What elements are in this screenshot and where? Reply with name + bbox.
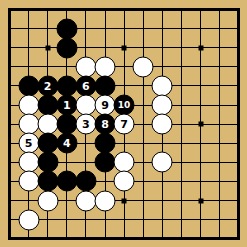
white-stone[interactable]: 3 [75,114,96,135]
black-stone[interactable] [56,18,77,39]
white-stone[interactable] [18,209,39,230]
white-stone[interactable] [152,75,173,96]
black-stone[interactable] [56,114,77,135]
move-number-label: 2 [44,80,52,91]
grid-line-vertical [237,8,240,240]
black-stone[interactable] [95,75,116,96]
white-stone[interactable]: 9 [95,95,116,116]
black-stone[interactable]: 2 [37,75,58,96]
white-stone[interactable] [133,56,154,77]
white-stone[interactable]: 7 [114,114,135,135]
black-stone[interactable] [95,152,116,173]
white-stone[interactable] [114,152,135,173]
move-number-label: 4 [63,138,71,149]
white-stone[interactable] [37,190,58,211]
hoshi-point [198,122,203,127]
white-stone[interactable] [18,171,39,192]
move-number-label: 6 [82,80,90,91]
grid-line-horizontal [8,237,240,240]
white-stone[interactable] [75,56,96,77]
move-number-label: 10 [118,101,131,110]
white-stone[interactable] [37,114,58,135]
black-stone[interactable] [56,37,77,58]
white-stone[interactable] [114,171,135,192]
black-stone[interactable]: 1 [56,95,77,116]
black-stone[interactable] [56,75,77,96]
white-stone[interactable]: 5 [18,133,39,154]
move-number-label: 8 [101,119,109,130]
white-stone[interactable] [75,190,96,211]
grid-line-vertical [143,8,144,240]
hoshi-point [198,45,203,50]
black-stone[interactable] [37,133,58,154]
black-stone[interactable] [95,133,116,154]
white-stone[interactable] [152,152,173,173]
grid-line-horizontal [8,219,240,220]
hoshi-point [122,198,127,203]
black-stone[interactable] [75,171,96,192]
white-stone[interactable] [152,95,173,116]
black-stone[interactable]: 4 [56,133,77,154]
move-number-label: 9 [101,100,109,111]
white-stone[interactable] [75,95,96,116]
hoshi-point [122,45,127,50]
white-stone[interactable] [152,114,173,135]
white-stone[interactable] [95,190,116,211]
white-stone[interactable] [18,152,39,173]
move-number-label: 3 [82,119,90,130]
black-stone[interactable] [37,95,58,116]
go-board[interactable]: 26191038754 [0,0,247,247]
grid-line-vertical [219,8,220,240]
hoshi-point [198,198,203,203]
move-number-label: 5 [25,138,33,149]
black-stone[interactable] [56,171,77,192]
white-stone[interactable] [95,56,116,77]
move-number-label: 1 [63,100,71,111]
black-stone[interactable] [37,171,58,192]
black-stone[interactable] [37,152,58,173]
black-stone[interactable]: 6 [75,75,96,96]
hoshi-point [45,45,50,50]
move-number-label: 7 [120,119,128,130]
black-stone[interactable]: 8 [95,114,116,135]
black-stone[interactable] [18,75,39,96]
black-stone[interactable]: 10 [114,95,135,116]
white-stone[interactable] [18,114,39,135]
white-stone[interactable] [18,95,39,116]
grid-line-vertical [181,8,182,240]
